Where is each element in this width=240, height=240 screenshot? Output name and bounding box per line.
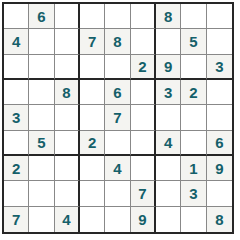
cell-r6c4[interactable]: 2 [80, 131, 105, 156]
cell-r2c7[interactable] [156, 29, 181, 54]
cell-r7c6[interactable] [131, 156, 156, 181]
cell-r3c1[interactable] [4, 55, 29, 80]
cell-r5c9[interactable] [207, 105, 232, 130]
cell-r7c5[interactable]: 4 [105, 156, 130, 181]
cell-r9c9[interactable]: 8 [207, 207, 232, 232]
cell-r3c7[interactable]: 9 [156, 55, 181, 80]
cell-r8c1[interactable] [4, 181, 29, 206]
cell-r7c1[interactable]: 2 [4, 156, 29, 181]
cell-r9c4[interactable] [80, 207, 105, 232]
cell-r4c5[interactable]: 6 [105, 80, 130, 105]
cell-r1c5[interactable] [105, 4, 130, 29]
cell-r6c9[interactable]: 6 [207, 131, 232, 156]
cell-r9c5[interactable] [105, 207, 130, 232]
cell-r1c1[interactable] [4, 4, 29, 29]
cell-r1c6[interactable] [131, 4, 156, 29]
cell-r3c4[interactable] [80, 55, 105, 80]
sudoku-board: 68478529386323752462419737498 [2, 2, 234, 234]
cell-r1c2[interactable]: 6 [29, 4, 54, 29]
cell-r9c6[interactable]: 9 [131, 207, 156, 232]
cell-r1c9[interactable] [207, 4, 232, 29]
cell-r6c7[interactable]: 4 [156, 131, 181, 156]
cell-r5c3[interactable] [55, 105, 80, 130]
cell-r6c6[interactable] [131, 131, 156, 156]
cell-r5c2[interactable] [29, 105, 54, 130]
cell-r9c7[interactable] [156, 207, 181, 232]
cell-r8c9[interactable] [207, 181, 232, 206]
cell-r7c3[interactable] [55, 156, 80, 181]
cell-r3c5[interactable] [105, 55, 130, 80]
cell-r5c1[interactable]: 3 [4, 105, 29, 130]
cell-r8c7[interactable] [156, 181, 181, 206]
cell-r2c2[interactable] [29, 29, 54, 54]
cell-r9c2[interactable] [29, 207, 54, 232]
cell-r7c9[interactable]: 9 [207, 156, 232, 181]
cell-r4c3[interactable]: 8 [55, 80, 80, 105]
cell-r5c5[interactable]: 7 [105, 105, 130, 130]
cell-r9c1[interactable]: 7 [4, 207, 29, 232]
cell-r5c4[interactable] [80, 105, 105, 130]
cell-r2c9[interactable] [207, 29, 232, 54]
cell-r8c8[interactable]: 3 [181, 181, 206, 206]
cell-r4c9[interactable] [207, 80, 232, 105]
cell-r5c6[interactable] [131, 105, 156, 130]
cell-r8c3[interactable] [55, 181, 80, 206]
cell-r9c3[interactable]: 4 [55, 207, 80, 232]
cell-r9c8[interactable] [181, 207, 206, 232]
cell-r3c9[interactable]: 3 [207, 55, 232, 80]
cell-r4c1[interactable] [4, 80, 29, 105]
cell-r8c4[interactable] [80, 181, 105, 206]
cell-r4c6[interactable] [131, 80, 156, 105]
cell-r6c1[interactable] [4, 131, 29, 156]
cell-r2c1[interactable]: 4 [4, 29, 29, 54]
cell-r7c7[interactable] [156, 156, 181, 181]
cell-r2c6[interactable] [131, 29, 156, 54]
cell-r3c2[interactable] [29, 55, 54, 80]
cell-r7c4[interactable] [80, 156, 105, 181]
cell-r2c3[interactable] [55, 29, 80, 54]
cell-r3c3[interactable] [55, 55, 80, 80]
cell-r3c8[interactable] [181, 55, 206, 80]
cell-r4c4[interactable] [80, 80, 105, 105]
cell-r3c6[interactable]: 2 [131, 55, 156, 80]
cell-r6c2[interactable]: 5 [29, 131, 54, 156]
cell-r7c8[interactable]: 1 [181, 156, 206, 181]
cell-r1c7[interactable]: 8 [156, 4, 181, 29]
cell-r2c8[interactable]: 5 [181, 29, 206, 54]
cell-r2c4[interactable]: 7 [80, 29, 105, 54]
cell-r4c2[interactable] [29, 80, 54, 105]
cell-r5c8[interactable] [181, 105, 206, 130]
cell-r6c8[interactable] [181, 131, 206, 156]
cell-r8c5[interactable] [105, 181, 130, 206]
cell-r8c2[interactable] [29, 181, 54, 206]
cell-r4c7[interactable]: 3 [156, 80, 181, 105]
cell-r4c8[interactable]: 2 [181, 80, 206, 105]
cell-r8c6[interactable]: 7 [131, 181, 156, 206]
cell-r2c5[interactable]: 8 [105, 29, 130, 54]
cell-r7c2[interactable] [29, 156, 54, 181]
cell-r1c4[interactable] [80, 4, 105, 29]
cell-r1c8[interactable] [181, 4, 206, 29]
cell-r5c7[interactable] [156, 105, 181, 130]
cell-r1c3[interactable] [55, 4, 80, 29]
cell-r6c5[interactable] [105, 131, 130, 156]
cell-r6c3[interactable] [55, 131, 80, 156]
